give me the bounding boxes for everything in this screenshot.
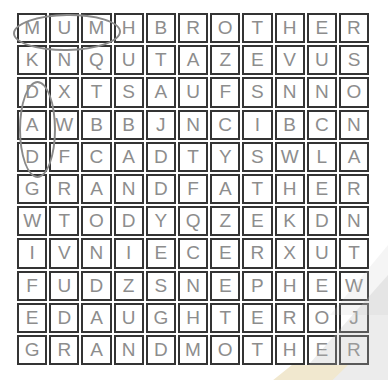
cell-r8c4[interactable]: I <box>114 238 144 268</box>
cell-r8c1[interactable]: I <box>17 238 47 268</box>
cell-r10c4[interactable]: U <box>114 303 144 333</box>
cell-r7c10[interactable]: D <box>307 206 337 236</box>
cell-r9c1[interactable]: F <box>17 271 47 301</box>
cell-r1c10[interactable]: E <box>307 13 337 43</box>
cell-r1c8[interactable]: T <box>242 13 272 43</box>
cell-r6c6[interactable]: F <box>178 174 208 204</box>
cell-r4c10[interactable]: C <box>307 110 337 140</box>
cell-r5c3[interactable]: C <box>81 142 111 172</box>
cell-r8c7[interactable]: E <box>210 238 240 268</box>
cell-r11c11[interactable]: R <box>339 335 369 365</box>
cell-r3c11[interactable]: O <box>339 77 369 107</box>
cell-r5c6[interactable]: T <box>178 142 208 172</box>
cell-r10c9[interactable]: R <box>275 303 305 333</box>
cell-r6c10[interactable]: E <box>307 174 337 204</box>
cell-r1c1[interactable]: M <box>17 13 47 43</box>
cell-r10c10[interactable]: O <box>307 303 337 333</box>
cell-r7c7[interactable]: Z <box>210 206 240 236</box>
cell-r2c10[interactable]: U <box>307 45 337 75</box>
cell-r3c5[interactable]: A <box>146 77 176 107</box>
cell-r5c9[interactable]: W <box>275 142 305 172</box>
cell-r7c4[interactable]: D <box>114 206 144 236</box>
cell-r3c2[interactable]: X <box>49 77 79 107</box>
cell-r1c3[interactable]: M <box>81 13 111 43</box>
cell-r11c9[interactable]: H <box>275 335 305 365</box>
cell-r4c3[interactable]: B <box>81 110 111 140</box>
cell-r10c8[interactable]: E <box>242 303 272 333</box>
cell-r7c2[interactable]: T <box>49 206 79 236</box>
watermark-ribbon <box>263 365 348 380</box>
cell-r9c10[interactable]: E <box>307 271 337 301</box>
cell-r5c10[interactable]: L <box>307 142 337 172</box>
cell-r5c1[interactable]: D <box>17 142 47 172</box>
cell-r5c8[interactable]: S <box>242 142 272 172</box>
cell-r11c1[interactable]: G <box>17 335 47 365</box>
cell-r7c6[interactable]: Q <box>178 206 208 236</box>
cell-r6c1[interactable]: G <box>17 174 47 204</box>
cell-r2c11[interactable]: S <box>339 45 369 75</box>
cell-r8c9[interactable]: X <box>275 238 305 268</box>
cell-r5c5[interactable]: D <box>146 142 176 172</box>
cell-r9c8[interactable]: P <box>242 271 272 301</box>
cell-r7c9[interactable]: K <box>275 206 305 236</box>
cell-r9c9[interactable]: H <box>275 271 305 301</box>
cell-r9c7[interactable]: E <box>210 271 240 301</box>
cell-r11c5[interactable]: D <box>146 335 176 365</box>
cell-r3c7[interactable]: F <box>210 77 240 107</box>
cell-r6c11[interactable]: R <box>339 174 369 204</box>
cell-r4c5[interactable]: J <box>146 110 176 140</box>
cell-r6c3[interactable]: A <box>81 174 111 204</box>
cell-r4c8[interactable]: I <box>242 110 272 140</box>
cell-r9c6[interactable]: N <box>178 271 208 301</box>
cell-r4c6[interactable]: N <box>178 110 208 140</box>
cell-r10c6[interactable]: H <box>178 303 208 333</box>
cell-r3c1[interactable]: D <box>17 77 47 107</box>
cell-r3c3[interactable]: T <box>81 77 111 107</box>
cell-r4c11[interactable]: N <box>339 110 369 140</box>
cell-r11c6[interactable]: M <box>178 335 208 365</box>
cell-r1c6[interactable]: R <box>178 13 208 43</box>
cell-r11c7[interactable]: O <box>210 335 240 365</box>
cell-r1c7[interactable]: O <box>210 13 240 43</box>
cell-r6c9[interactable]: H <box>275 174 305 204</box>
cell-r9c11[interactable]: W <box>339 271 369 301</box>
cell-r9c4[interactable]: Z <box>114 271 144 301</box>
cell-r1c11[interactable]: R <box>339 13 369 43</box>
cell-r3c8[interactable]: S <box>242 77 272 107</box>
cell-r3c6[interactable]: U <box>178 77 208 107</box>
cell-r9c3[interactable]: D <box>81 271 111 301</box>
cell-r6c5[interactable]: D <box>146 174 176 204</box>
cell-r2c2[interactable]: N <box>49 45 79 75</box>
cell-r4c4[interactable]: B <box>114 110 144 140</box>
cell-r7c8[interactable]: E <box>242 206 272 236</box>
cell-r4c7[interactable]: C <box>210 110 240 140</box>
cell-r2c1[interactable]: K <box>17 45 47 75</box>
cell-r3c9[interactable]: N <box>275 77 305 107</box>
word-search-puzzle: MUMHBROTHERKNQUTAZEVUSDXTSAUFSNNOAWBBJNC… <box>0 0 388 380</box>
cell-r11c4[interactable]: N <box>114 335 144 365</box>
cell-r3c4[interactable]: S <box>114 77 144 107</box>
cell-r7c3[interactable]: O <box>81 206 111 236</box>
cell-r10c3[interactable]: A <box>81 303 111 333</box>
cell-r2c9[interactable]: V <box>275 45 305 75</box>
cell-r7c1[interactable]: W <box>17 206 47 236</box>
cell-r8c11[interactable]: T <box>339 238 369 268</box>
cell-r2c8[interactable]: E <box>242 45 272 75</box>
cell-r10c1[interactable]: E <box>17 303 47 333</box>
cell-r8c3[interactable]: N <box>81 238 111 268</box>
cell-r2c4[interactable]: U <box>114 45 144 75</box>
cell-r11c2[interactable]: R <box>49 335 79 365</box>
cell-r5c7[interactable]: Y <box>210 142 240 172</box>
cell-r2c7[interactable]: Z <box>210 45 240 75</box>
cell-r1c5[interactable]: B <box>146 13 176 43</box>
cell-r8c6[interactable]: C <box>178 238 208 268</box>
word-search-grid: MUMHBROTHERKNQUTAZEVUSDXTSAUFSNNOAWBBJNC… <box>17 13 369 365</box>
cell-r1c2[interactable]: U <box>49 13 79 43</box>
cell-r6c7[interactable]: A <box>210 174 240 204</box>
cell-r9c2[interactable]: U <box>49 271 79 301</box>
cell-r6c4[interactable]: N <box>114 174 144 204</box>
cell-r3c10[interactable]: N <box>307 77 337 107</box>
cell-r8c8[interactable]: R <box>242 238 272 268</box>
cell-r8c5[interactable]: E <box>146 238 176 268</box>
cell-r5c4[interactable]: A <box>114 142 144 172</box>
cell-r2c5[interactable]: T <box>146 45 176 75</box>
cell-r7c5[interactable]: Y <box>146 206 176 236</box>
cell-r8c2[interactable]: V <box>49 238 79 268</box>
cell-r1c9[interactable]: H <box>275 13 305 43</box>
cell-r5c2[interactable]: F <box>49 142 79 172</box>
cell-r5c11[interactable]: A <box>339 142 369 172</box>
cell-r8c10[interactable]: U <box>307 238 337 268</box>
cell-r2c3[interactable]: Q <box>81 45 111 75</box>
cell-r4c1[interactable]: A <box>17 110 47 140</box>
cell-r7c11[interactable]: N <box>339 206 369 236</box>
cell-r9c5[interactable]: S <box>146 271 176 301</box>
cell-r4c2[interactable]: W <box>49 110 79 140</box>
cell-r1c4[interactable]: H <box>114 13 144 43</box>
cell-r6c2[interactable]: R <box>49 174 79 204</box>
cell-r2c6[interactable]: A <box>178 45 208 75</box>
cell-r11c10[interactable]: E <box>307 335 337 365</box>
cell-r6c8[interactable]: T <box>242 174 272 204</box>
cell-r10c2[interactable]: D <box>49 303 79 333</box>
cell-r10c5[interactable]: G <box>146 303 176 333</box>
cell-r11c8[interactable]: T <box>242 335 272 365</box>
cell-r4c9[interactable]: B <box>275 110 305 140</box>
cell-r10c7[interactable]: T <box>210 303 240 333</box>
cell-r10c11[interactable]: J <box>339 303 369 333</box>
cell-r11c3[interactable]: A <box>81 335 111 365</box>
